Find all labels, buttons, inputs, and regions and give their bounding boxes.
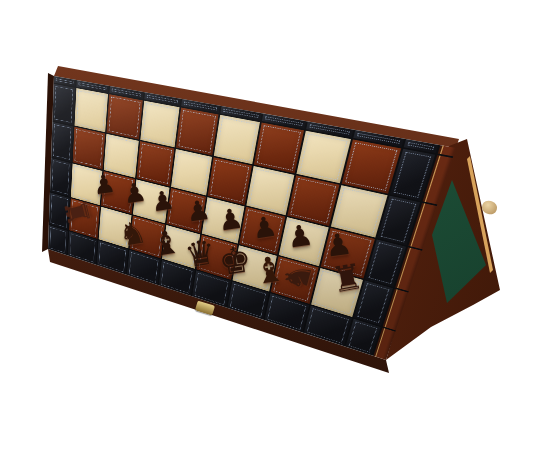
border-cell — [48, 225, 68, 255]
chess-board — [48, 76, 456, 360]
board-square — [137, 141, 175, 186]
border-cell — [50, 158, 71, 197]
border-cell — [52, 84, 75, 125]
board-square — [107, 94, 143, 139]
board-square — [73, 127, 105, 170]
board-square — [140, 101, 179, 148]
board-square — [171, 149, 212, 196]
hinge-frame — [438, 145, 456, 156]
board-square — [74, 88, 108, 132]
chess-set-photo: ♜♟♟♟♟♟♟♟♟♞♝♛♚♝♞♜ — [0, 0, 550, 450]
hinge-peg — [480, 199, 498, 216]
board-square — [254, 123, 304, 174]
board-square — [104, 134, 139, 178]
board-square — [176, 108, 219, 156]
border-cell — [51, 122, 73, 162]
board-square — [214, 115, 260, 164]
border-cell — [49, 192, 70, 229]
